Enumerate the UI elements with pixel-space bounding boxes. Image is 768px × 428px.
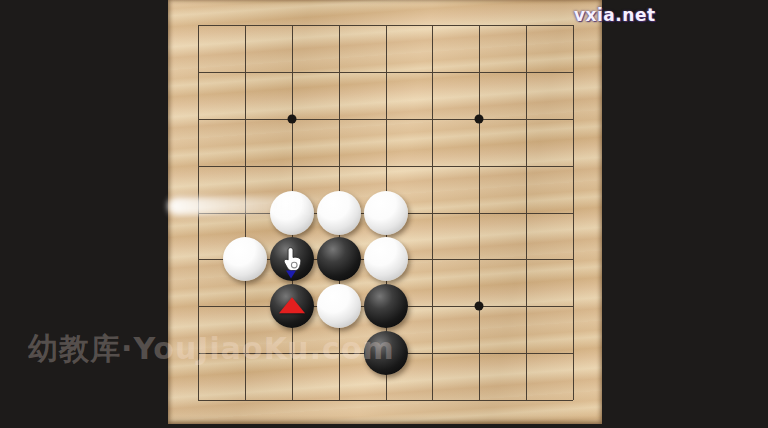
stone-white[interactable] [317, 284, 361, 328]
grid-line-vertical [479, 25, 480, 400]
grid-line-vertical [432, 25, 433, 400]
video-frame: vxia.net 幼教库·YouJiaoKu.com [0, 0, 768, 428]
stone-white[interactable] [223, 237, 267, 281]
star-point [287, 114, 296, 123]
cursor-busy-tail [286, 271, 296, 279]
watermark-bottom-left: 幼教库·YouJiaoKu.com [28, 329, 395, 370]
stone-white[interactable] [364, 191, 408, 235]
red-triangle-marker [279, 297, 305, 313]
grid-line-vertical [573, 25, 574, 400]
stone-black[interactable] [317, 237, 361, 281]
grid-line-horizontal [198, 400, 573, 401]
stone-white[interactable] [364, 237, 408, 281]
grid-line-vertical [526, 25, 527, 400]
hand-cursor-icon [283, 247, 303, 275]
star-point [475, 302, 484, 311]
stone-black[interactable] [364, 284, 408, 328]
motion-blur-smear [168, 197, 326, 215]
star-point [475, 114, 484, 123]
watermark-top-right: vxia.net [574, 5, 656, 25]
